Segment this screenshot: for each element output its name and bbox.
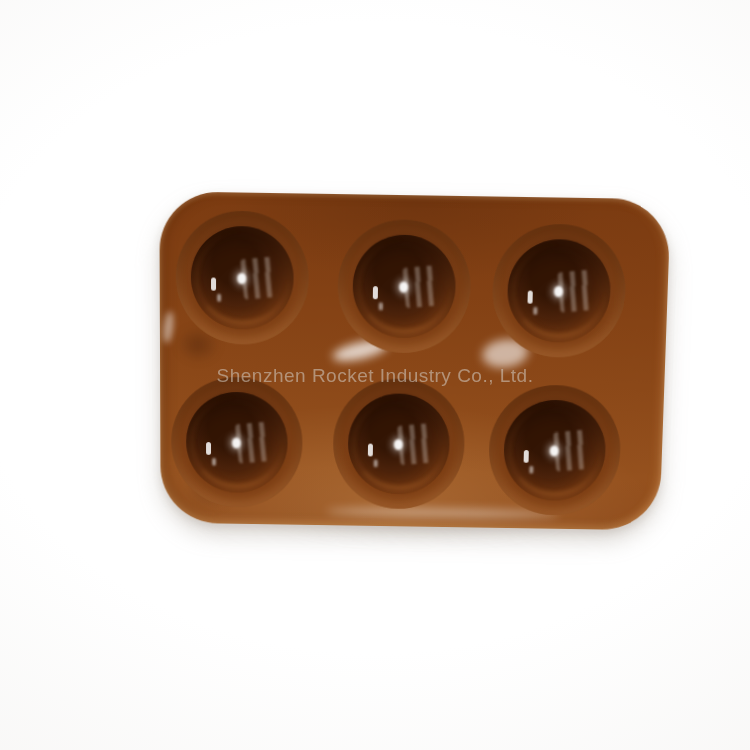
mold-cavity-2: [337, 219, 472, 354]
silicone-mold-tray: [159, 191, 671, 530]
specular-dash: [528, 291, 533, 304]
photo-backdrop: Shenzhen Rocket Industry Co., Ltd.: [0, 0, 750, 750]
cavity-bowl: [503, 399, 607, 501]
cavity-bowl: [191, 225, 294, 330]
specular-highlight-bottom: [327, 507, 559, 519]
window-reflection: [553, 429, 587, 471]
specular-dot: [554, 286, 563, 297]
mold-cavity-5: [333, 378, 466, 510]
cavity-bowl: [507, 239, 612, 344]
specular-dash-small: [212, 458, 216, 466]
specular-dash: [206, 442, 211, 455]
specular-dash-small: [378, 303, 382, 311]
specular-dot: [399, 281, 408, 292]
specular-dash: [211, 278, 216, 291]
watermark-text: Shenzhen Rocket Industry Co., Ltd.: [217, 365, 534, 387]
specular-dash: [373, 286, 378, 299]
specular-dash-small: [217, 294, 221, 302]
specular-dot: [237, 273, 246, 284]
specular-dash: [524, 450, 529, 463]
cavity-bowl: [348, 393, 451, 495]
mold-cavity-6: [488, 384, 623, 516]
specular-dot: [394, 439, 403, 450]
specular-dash-small: [373, 460, 377, 468]
mold-cavity-4: [171, 376, 303, 508]
cavity-bowl: [352, 234, 456, 339]
window-reflection: [235, 421, 270, 463]
window-reflection: [397, 423, 431, 465]
window-reflection: [240, 256, 275, 299]
specular-dash-small: [529, 466, 533, 474]
specular-dot: [232, 437, 241, 448]
cavity-bowl: [186, 391, 288, 493]
mold-cavity-1: [176, 210, 310, 345]
specular-dash: [368, 444, 373, 457]
mold-cavity-3: [491, 223, 627, 358]
window-reflection: [402, 265, 437, 308]
specular-dash-small: [533, 307, 537, 315]
specular-dot: [549, 445, 558, 456]
window-reflection: [557, 269, 591, 312]
